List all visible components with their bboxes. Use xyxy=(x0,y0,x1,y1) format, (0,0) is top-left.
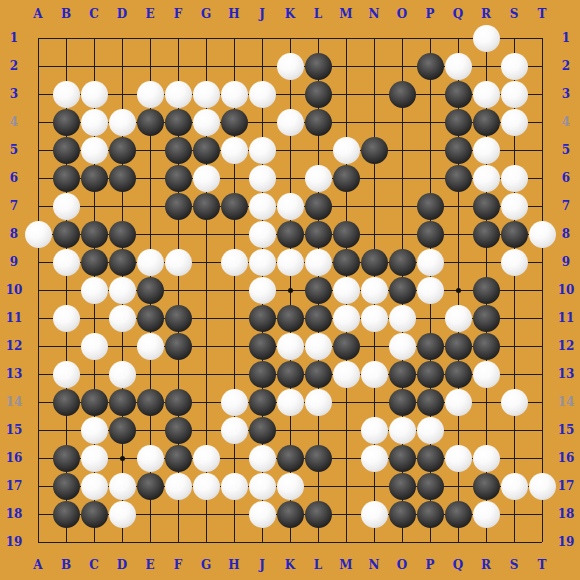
column-label-top-P: P xyxy=(416,8,444,20)
row-label-left-17: 17 xyxy=(2,472,26,500)
column-label-top-H: H xyxy=(220,8,248,20)
row-label-right-8: 8 xyxy=(554,220,578,248)
column-label-bottom-Q: Q xyxy=(444,559,472,571)
row-label-right-16: 16 xyxy=(554,444,578,472)
row-label-right-9: 9 xyxy=(554,248,578,276)
column-label-top-D: D xyxy=(108,8,136,20)
column-label-bottom-E: E xyxy=(136,559,164,571)
row-label-right-12: 12 xyxy=(554,332,578,360)
column-label-top-G: G xyxy=(192,8,220,20)
row-label-left-8: 8 xyxy=(2,220,26,248)
column-label-bottom-S: S xyxy=(500,559,528,571)
row-label-left-13: 13 xyxy=(2,360,26,388)
row-label-right-5: 5 xyxy=(554,136,578,164)
row-label-right-7: 7 xyxy=(554,192,578,220)
column-label-bottom-C: C xyxy=(80,559,108,571)
column-label-bottom-F: F xyxy=(164,559,192,571)
row-label-left-14: 14 xyxy=(2,388,26,416)
column-label-top-E: E xyxy=(136,8,164,20)
go-board[interactable]: AABBCCDDEEFFGGHHJJKKLLMMNNOOPPQQRRSSTT11… xyxy=(0,0,580,580)
row-label-right-2: 2 xyxy=(554,52,578,80)
row-label-left-16: 16 xyxy=(2,444,26,472)
row-label-right-6: 6 xyxy=(554,164,578,192)
column-label-top-O: O xyxy=(388,8,416,20)
row-label-left-1: 1 xyxy=(2,24,26,52)
go-app-window: { "game": "go", "board_size": 19, "posit… xyxy=(0,0,580,580)
column-label-bottom-M: M xyxy=(332,559,360,571)
row-label-right-13: 13 xyxy=(554,360,578,388)
column-label-top-K: K xyxy=(276,8,304,20)
row-label-right-4: 4 xyxy=(554,108,578,136)
row-label-left-12: 12 xyxy=(2,332,26,360)
column-label-bottom-R: R xyxy=(472,559,500,571)
column-label-bottom-G: G xyxy=(192,559,220,571)
row-label-left-6: 6 xyxy=(2,164,26,192)
row-label-right-15: 15 xyxy=(554,416,578,444)
column-label-top-B: B xyxy=(52,8,80,20)
row-label-right-19: 19 xyxy=(554,528,578,556)
column-label-bottom-H: H xyxy=(220,559,248,571)
column-label-bottom-N: N xyxy=(360,559,388,571)
row-label-right-11: 11 xyxy=(554,304,578,332)
column-label-top-A: A xyxy=(24,8,52,20)
column-label-bottom-B: B xyxy=(52,559,80,571)
column-label-bottom-O: O xyxy=(388,559,416,571)
column-label-bottom-A: A xyxy=(24,559,52,571)
row-label-left-4: 4 xyxy=(2,108,26,136)
column-label-top-N: N xyxy=(360,8,388,20)
row-label-left-18: 18 xyxy=(2,500,26,528)
column-label-top-S: S xyxy=(500,8,528,20)
row-label-left-3: 3 xyxy=(2,80,26,108)
row-label-right-10: 10 xyxy=(554,276,578,304)
row-label-left-2: 2 xyxy=(2,52,26,80)
column-label-top-L: L xyxy=(304,8,332,20)
row-label-right-18: 18 xyxy=(554,500,578,528)
row-label-right-3: 3 xyxy=(554,80,578,108)
column-label-top-M: M xyxy=(332,8,360,20)
column-label-bottom-K: K xyxy=(276,559,304,571)
row-label-left-19: 19 xyxy=(2,528,26,556)
column-label-top-R: R xyxy=(472,8,500,20)
row-label-left-5: 5 xyxy=(2,136,26,164)
column-label-top-J: J xyxy=(248,8,276,20)
row-label-right-1: 1 xyxy=(554,24,578,52)
row-label-left-15: 15 xyxy=(2,416,26,444)
column-label-top-F: F xyxy=(164,8,192,20)
column-label-bottom-T: T xyxy=(528,559,556,571)
column-label-top-T: T xyxy=(528,8,556,20)
column-label-bottom-J: J xyxy=(248,559,276,571)
row-label-left-7: 7 xyxy=(2,192,26,220)
row-label-left-11: 11 xyxy=(2,304,26,332)
column-label-bottom-P: P xyxy=(416,559,444,571)
row-label-left-10: 10 xyxy=(2,276,26,304)
column-label-top-C: C xyxy=(80,8,108,20)
column-label-top-Q: Q xyxy=(444,8,472,20)
row-label-left-9: 9 xyxy=(2,248,26,276)
row-label-right-14: 14 xyxy=(554,388,578,416)
row-label-right-17: 17 xyxy=(554,472,578,500)
coordinate-labels: AABBCCDDEEFFGGHHJJKKLLMMNNOOPPQQRRSSTT11… xyxy=(0,0,580,580)
column-label-bottom-L: L xyxy=(304,559,332,571)
column-label-bottom-D: D xyxy=(108,559,136,571)
